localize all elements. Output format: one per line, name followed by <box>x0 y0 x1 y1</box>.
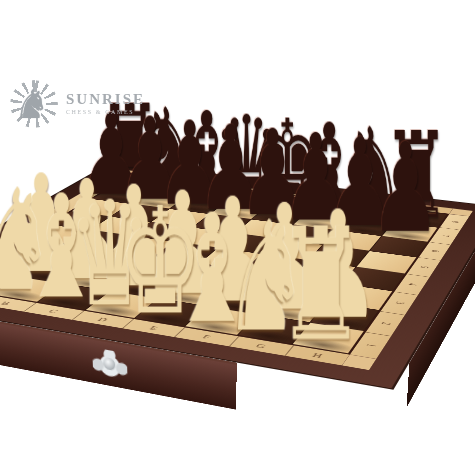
metal-clasp <box>92 347 127 382</box>
white-rook-h1[interactable]: ♜ <box>266 224 376 348</box>
brand-text: SUNRISE CHESS & GAMES <box>66 91 145 115</box>
knight-head-icon: ♞ <box>14 82 50 126</box>
brand-name: SUNRISE <box>66 91 145 108</box>
brand-watermark: ♞ SUNRISE CHESS & GAMES <box>10 82 160 126</box>
square-h1[interactable]: ♜ <box>293 323 364 353</box>
brand-tagline: CHESS & GAMES <box>66 109 145 115</box>
chessboard: ♜♞♝♛♚♝♞♜♟♟♟♟♟♟♟♟♟♟♟♟♟♟♟♟♜♞♝♛♚♝♞♜ 8765432… <box>0 162 475 390</box>
photo-scene: ♜♞♝♛♚♝♞♜♟♟♟♟♟♟♟♟♟♟♟♟♟♟♟♟♜♞♝♛♚♝♞♜ 8765432… <box>0 0 475 475</box>
